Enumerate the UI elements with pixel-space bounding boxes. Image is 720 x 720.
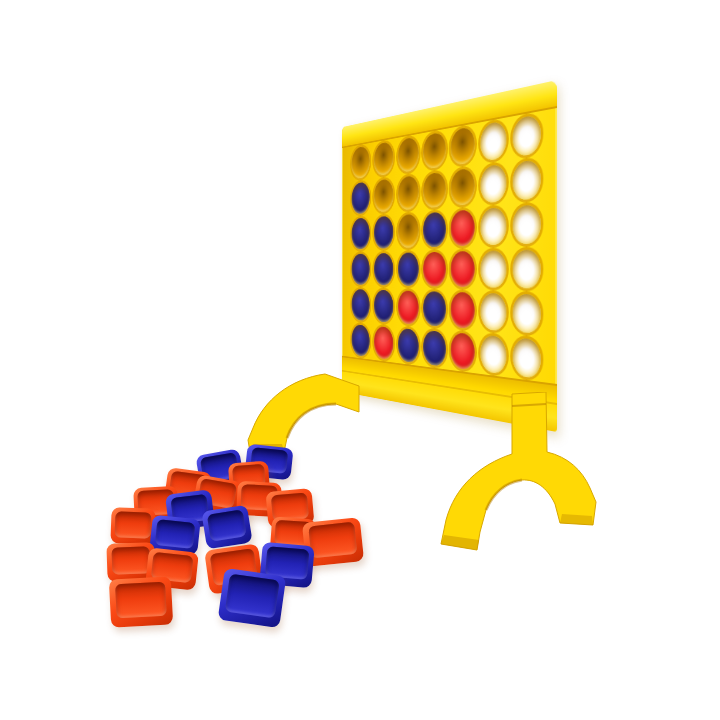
loose-chips-pile bbox=[0, 0, 720, 720]
blue-chip[interactable] bbox=[218, 568, 287, 628]
blue-chip[interactable] bbox=[201, 505, 252, 550]
red-chip[interactable] bbox=[110, 507, 155, 545]
red-chip[interactable] bbox=[109, 576, 173, 627]
product-photo-scene bbox=[0, 0, 720, 720]
